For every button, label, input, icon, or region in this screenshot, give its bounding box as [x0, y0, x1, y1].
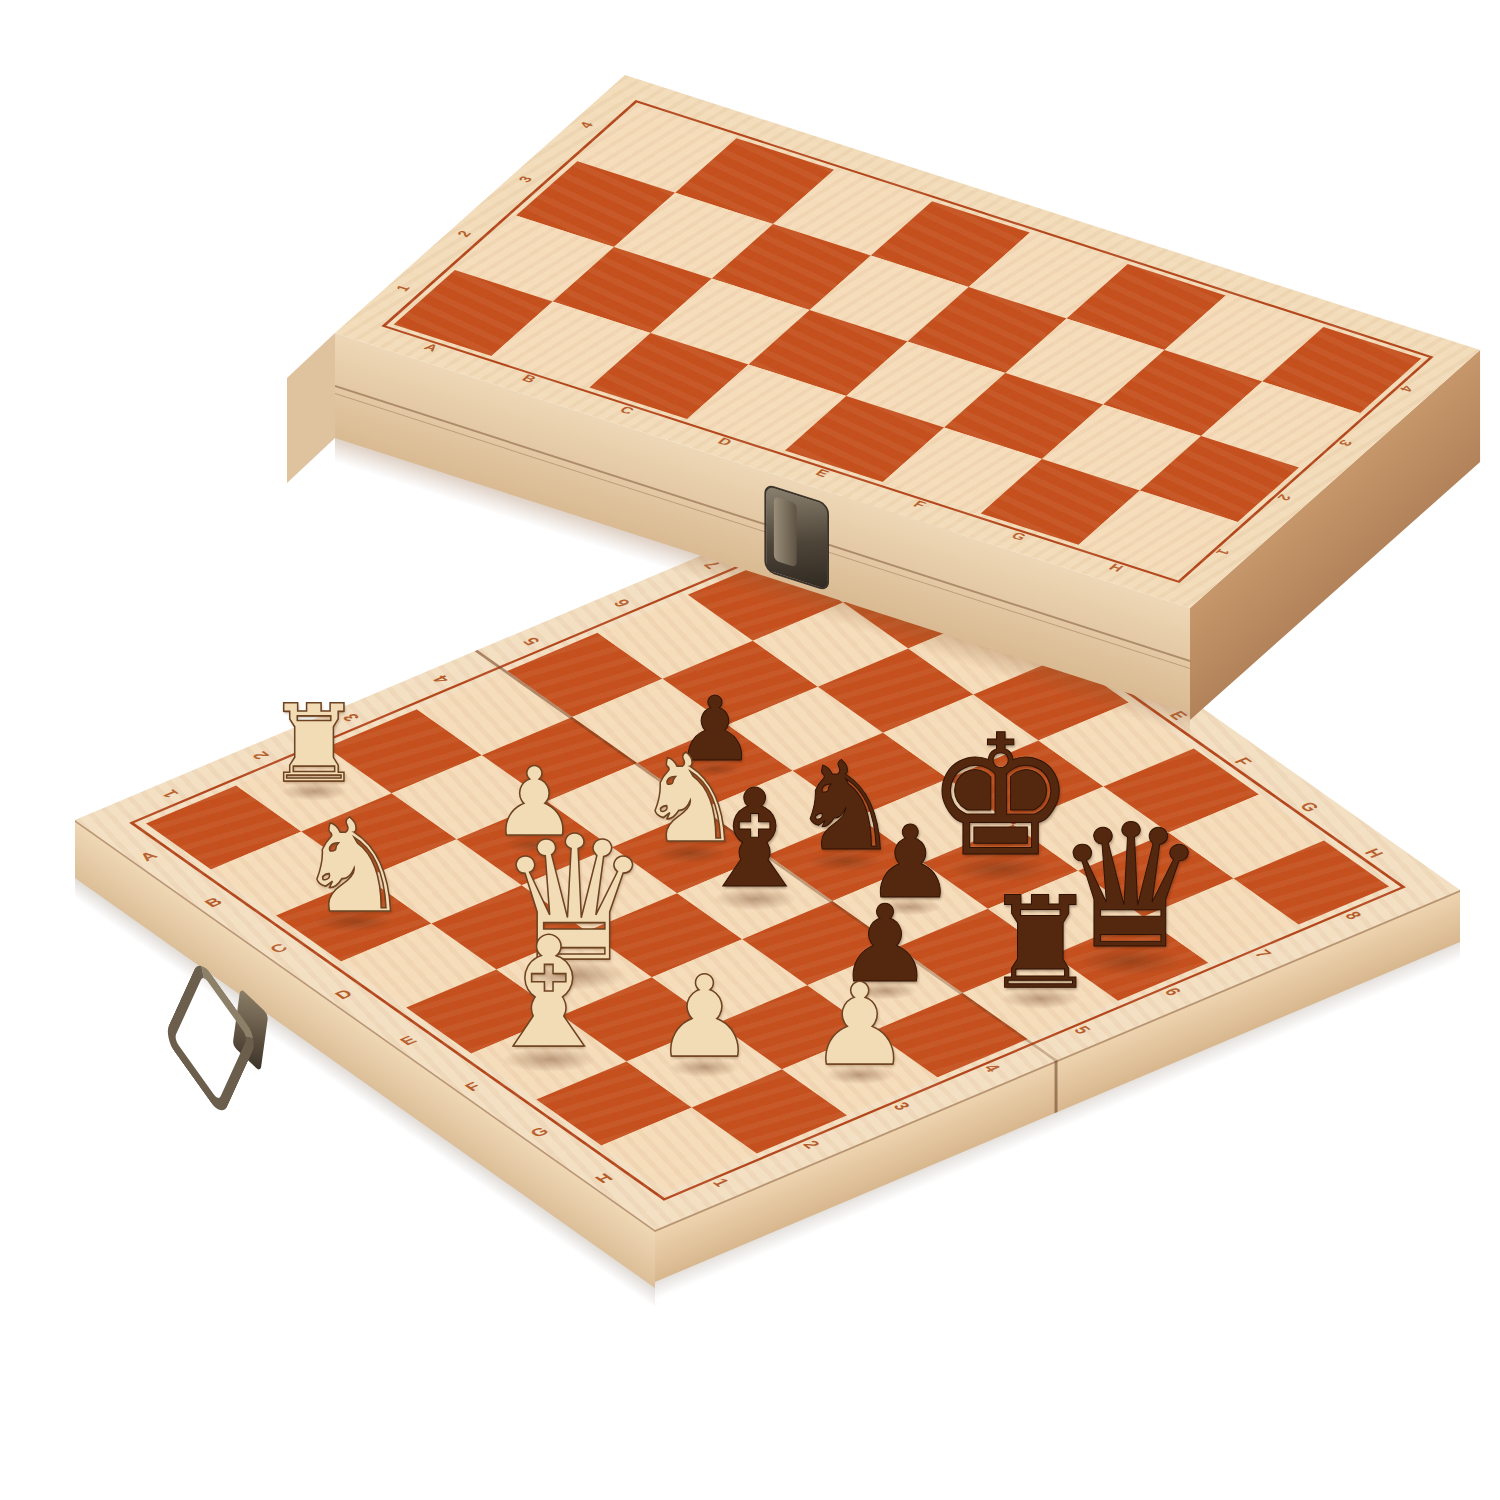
pieces-layer: ♟♜♟♞♞♚♝♟♞♛♛♟♜♝♟♟ [0, 0, 1500, 1500]
piece-black-bishop-e4: ♝ [694, 772, 816, 908]
piece-black-rook-h5: ♜ [984, 880, 1098, 1007]
product-photo-stage: 1122334455667788AABBCCDDEEFFGGHH ABCDEFG… [0, 0, 1500, 1500]
piece-white-bishop-f1: ♝ [481, 917, 618, 1070]
piece-white-pawn-g2: ♟ [654, 962, 755, 1075]
piece-white-rook-a2: ♜ [266, 690, 362, 797]
piece-white-knight-c1: ♞ [296, 801, 411, 930]
piece-white-pawn-h3: ♟ [809, 969, 911, 1082]
